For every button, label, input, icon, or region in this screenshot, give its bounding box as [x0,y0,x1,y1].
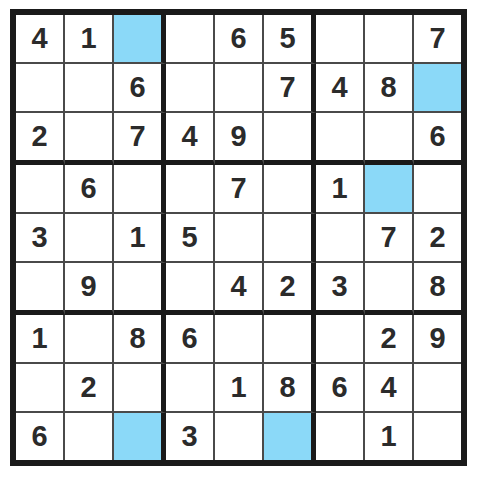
empty-cell-r5c6[interactable] [264,214,316,263]
board-row-1: 41657 [16,15,461,64]
given-cell-r7c9: 9 [414,315,461,364]
empty-cell-r8c4[interactable] [166,364,215,413]
empty-cell-r3c6[interactable] [264,113,316,165]
given-cell-r1c9: 7 [414,15,461,64]
empty-cell-r3c8[interactable] [365,113,414,165]
board-row-8: 21864 [16,364,461,413]
empty-cell-r7c6[interactable] [264,315,316,364]
given-cell-r3c3: 7 [114,113,166,165]
highlighted-cell-r9c6[interactable] [264,413,316,460]
empty-cell-r4c9[interactable] [414,165,461,214]
given-cell-r7c8: 2 [365,315,414,364]
given-cell-r5c1: 3 [16,214,65,263]
empty-cell-r4c6[interactable] [264,165,316,214]
empty-cell-r2c1[interactable] [16,64,65,113]
empty-cell-r9c2[interactable] [65,413,114,460]
empty-cell-r8c3[interactable] [114,364,166,413]
empty-cell-r9c5[interactable] [215,413,264,460]
empty-cell-r1c4[interactable] [166,15,215,64]
board-row-2: 6748 [16,64,461,113]
board-row-7: 18629 [16,315,461,364]
given-cell-r3c9: 6 [414,113,461,165]
board-row-5: 31572 [16,214,461,263]
given-cell-r4c7: 1 [316,165,365,214]
sudoku-board: 4165767482749667131572942381862921864631 [10,9,467,466]
empty-cell-r7c5[interactable] [215,315,264,364]
empty-cell-r1c7[interactable] [316,15,365,64]
empty-cell-r4c4[interactable] [166,165,215,214]
given-cell-r6c2: 9 [65,263,114,315]
given-cell-r8c6: 8 [264,364,316,413]
given-cell-r1c5: 6 [215,15,264,64]
board-row-3: 27496 [16,113,461,165]
given-cell-r2c3: 6 [114,64,166,113]
empty-cell-r7c2[interactable] [65,315,114,364]
given-cell-r9c8: 1 [365,413,414,460]
given-cell-r8c2: 2 [65,364,114,413]
given-cell-r4c5: 7 [215,165,264,214]
highlighted-cell-r9c3[interactable] [114,413,166,460]
given-cell-r5c3: 1 [114,214,166,263]
board-row-9: 631 [16,413,461,460]
empty-cell-r6c3[interactable] [114,263,166,315]
empty-cell-r1c8[interactable] [365,15,414,64]
given-cell-r9c1: 6 [16,413,65,460]
empty-cell-r2c4[interactable] [166,64,215,113]
given-cell-r8c5: 1 [215,364,264,413]
empty-cell-r8c9[interactable] [414,364,461,413]
empty-cell-r8c1[interactable] [16,364,65,413]
empty-cell-r2c5[interactable] [215,64,264,113]
given-cell-r7c1: 1 [16,315,65,364]
given-cell-r8c7: 6 [316,364,365,413]
given-cell-r2c8: 8 [365,64,414,113]
given-cell-r6c5: 4 [215,263,264,315]
given-cell-r6c9: 8 [414,263,461,315]
empty-cell-r9c7[interactable] [316,413,365,460]
board-row-4: 671 [16,165,461,214]
given-cell-r2c7: 4 [316,64,365,113]
empty-cell-r6c8[interactable] [365,263,414,315]
given-cell-r5c9: 2 [414,214,461,263]
empty-cell-r4c1[interactable] [16,165,65,214]
board-row-6: 94238 [16,263,461,315]
given-cell-r1c1: 4 [16,15,65,64]
empty-cell-r5c2[interactable] [65,214,114,263]
empty-cell-r3c7[interactable] [316,113,365,165]
given-cell-r7c3: 8 [114,315,166,364]
given-cell-r6c7: 3 [316,263,365,315]
given-cell-r5c8: 7 [365,214,414,263]
given-cell-r9c4: 3 [166,413,215,460]
given-cell-r6c6: 2 [264,263,316,315]
given-cell-r3c4: 4 [166,113,215,165]
empty-cell-r6c4[interactable] [166,263,215,315]
highlighted-cell-r2c9[interactable] [414,64,461,113]
given-cell-r1c2: 1 [65,15,114,64]
empty-cell-r3c2[interactable] [65,113,114,165]
highlighted-cell-r1c3[interactable] [114,15,166,64]
empty-cell-r5c5[interactable] [215,214,264,263]
given-cell-r5c4: 5 [166,214,215,263]
empty-cell-r2c2[interactable] [65,64,114,113]
empty-cell-r9c9[interactable] [414,413,461,460]
empty-cell-r7c7[interactable] [316,315,365,364]
empty-cell-r6c1[interactable] [16,263,65,315]
empty-cell-r4c3[interactable] [114,165,166,214]
given-cell-r3c5: 9 [215,113,264,165]
given-cell-r4c2: 6 [65,165,114,214]
highlighted-cell-r4c8[interactable] [365,165,414,214]
given-cell-r7c4: 6 [166,315,215,364]
given-cell-r3c1: 2 [16,113,65,165]
empty-cell-r5c7[interactable] [316,214,365,263]
given-cell-r2c6: 7 [264,64,316,113]
given-cell-r1c6: 5 [264,15,316,64]
given-cell-r8c8: 4 [365,364,414,413]
